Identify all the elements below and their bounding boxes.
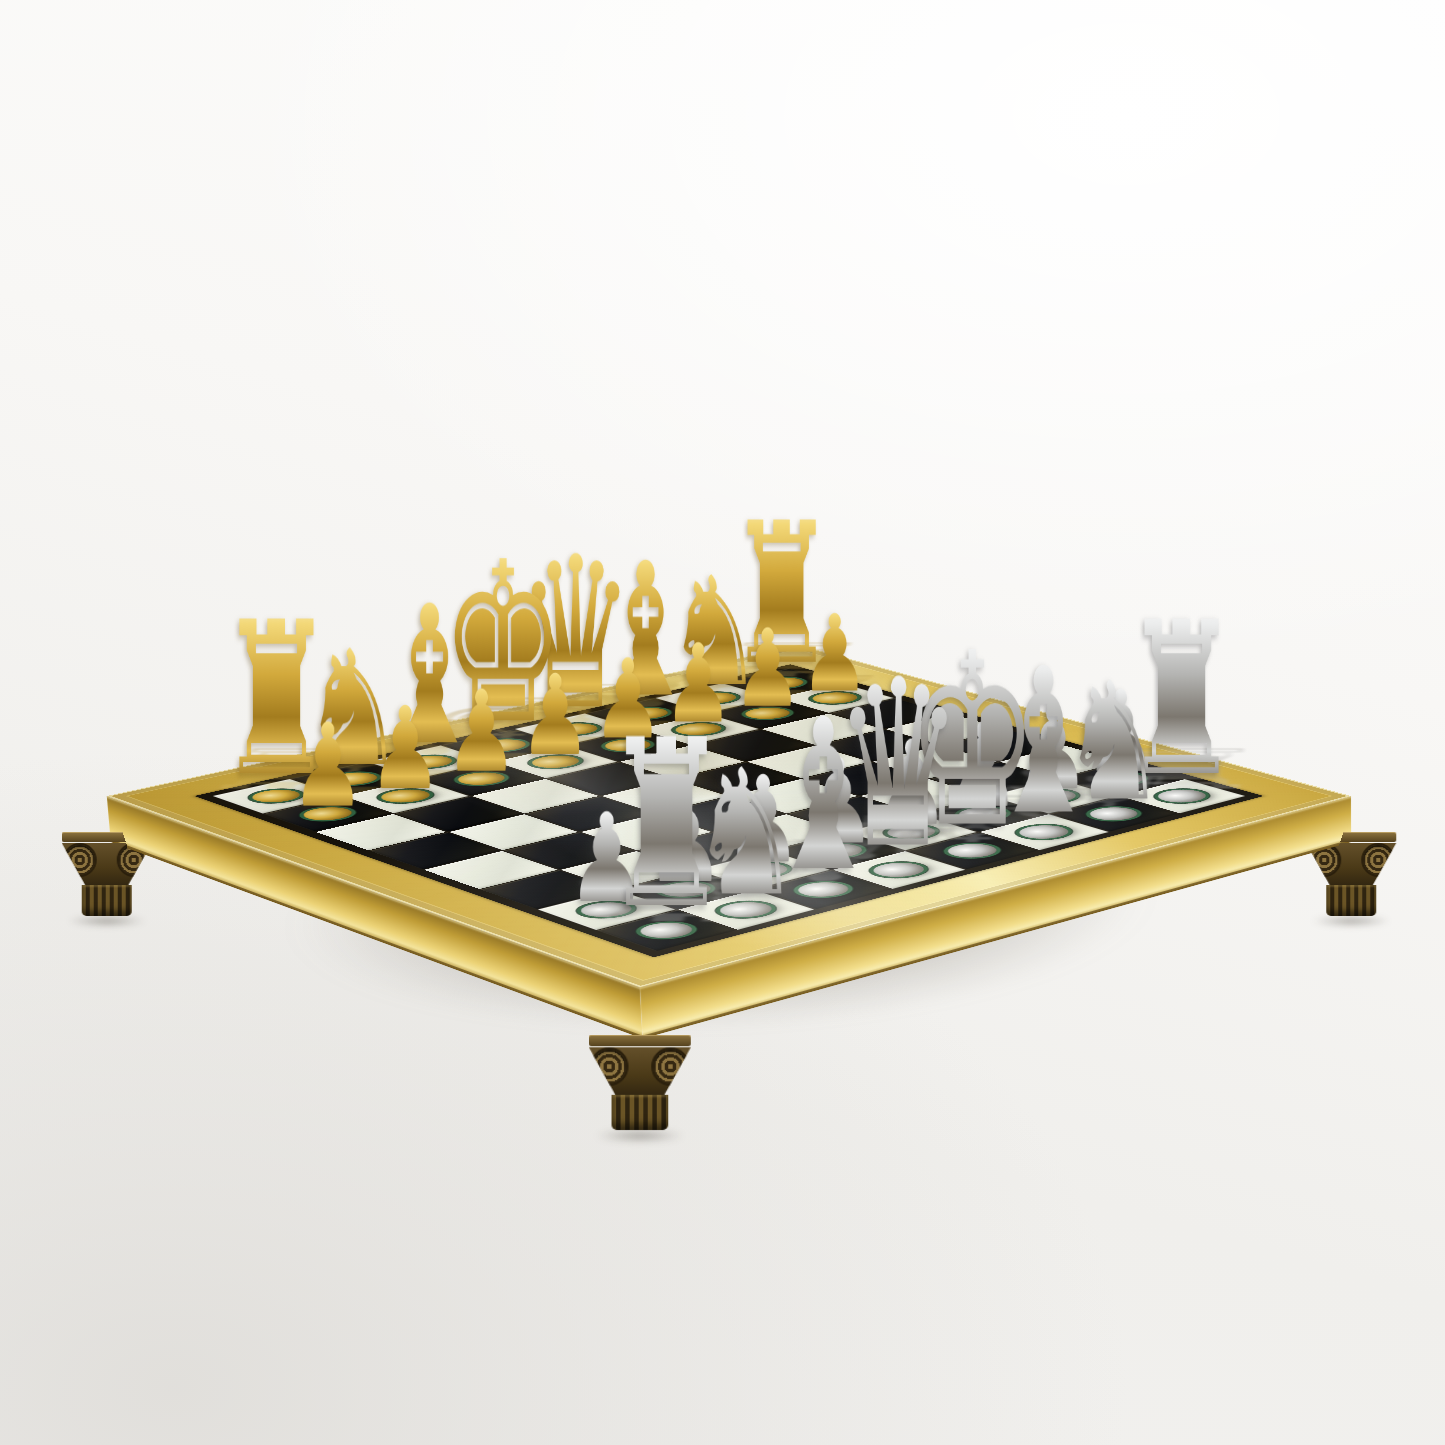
ionic-volute-icon: [592, 1049, 626, 1083]
piece-glyph: ♜: [594, 709, 738, 941]
piece-glyph: ♟: [440, 675, 521, 788]
piece-glyph: ♟: [286, 708, 369, 823]
ionic-volute-icon: [64, 845, 94, 875]
perspective-camera: ♜♜♞♞♝♝♚♚♛♛♝♝♞♞♜♜♟♟♟♟♟♟♟♟♟♟♟♟♟♟♟♟♟♟♟♟♟♟♟♟…: [0, 0, 1445, 1445]
piece-glyph: ♟: [515, 660, 595, 771]
ionic-volute-icon: [653, 1049, 687, 1083]
foot-abacus: [588, 1034, 690, 1045]
ionic-volute-icon: [1363, 845, 1393, 875]
piece-glyph: ♟: [364, 692, 446, 806]
foot-ionic-capital: [588, 1047, 690, 1095]
chess-board: ♜♜♞♞♝♝♚♚♛♛♝♝♞♞♜♜♟♟♟♟♟♟♟♟♟♟♟♟♟♟♟♟♟♟♟♟♟♟♟♟…: [106, 645, 1351, 987]
product-photo-scene: ♜♜♞♞♝♝♚♚♛♛♝♝♞♞♜♜♟♟♟♟♟♟♟♟♟♟♟♟♟♟♟♟♟♟♟♟♟♟♟♟…: [0, 0, 1445, 1445]
